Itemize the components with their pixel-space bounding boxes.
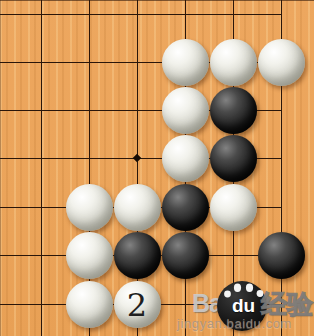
baidu-jingyan-watermark: Bai du 经验 jingyan.baidu.com — [0, 0, 314, 336]
watermark-text-du: du — [232, 295, 255, 317]
watermark-url: jingyan.baidu.com — [177, 316, 292, 331]
go-diagram-screenshot: 2 Bai du 经验 jingyan.baidu.com — [0, 0, 314, 336]
